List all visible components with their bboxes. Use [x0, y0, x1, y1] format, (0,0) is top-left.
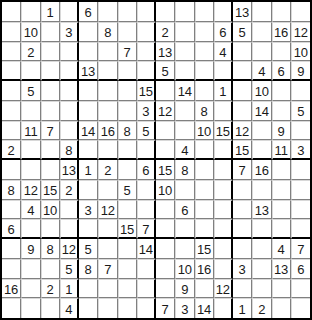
cell-r3c14[interactable]: [252, 42, 271, 62]
cell-r9c12[interactable]: [214, 160, 233, 180]
cell-r13c4: 12: [60, 239, 79, 259]
cell-r6c7[interactable]: [118, 101, 137, 121]
cell-r12c16[interactable]: [291, 219, 310, 239]
cell-r8c10: 4: [175, 140, 194, 160]
cell-r4c7[interactable]: [118, 61, 137, 81]
cell-r16c4: 4: [60, 298, 79, 318]
cell-r15c9[interactable]: [156, 279, 175, 299]
cell-r9c6: 2: [98, 160, 117, 180]
cell-r7c11: 10: [195, 121, 214, 141]
cell-r10c6[interactable]: [98, 180, 117, 200]
cell-r7c7: 8: [118, 121, 137, 141]
cell-r14c4: 5: [60, 259, 79, 279]
cell-r14c3[interactable]: [41, 259, 60, 279]
cell-r16c16[interactable]: [291, 298, 310, 318]
cell-r5c16[interactable]: [291, 81, 310, 101]
cell-r12c10[interactable]: [175, 219, 194, 239]
cell-r16c13: 1: [233, 298, 252, 318]
cell-r15c13[interactable]: [233, 279, 252, 299]
cell-r13c11: 15: [195, 239, 214, 259]
cell-r14c5: 8: [79, 259, 98, 279]
cell-r3c15[interactable]: [272, 42, 291, 62]
cell-r7c13: 12: [233, 121, 252, 141]
cell-r14c11: 16: [195, 259, 214, 279]
cell-r11c7[interactable]: [118, 200, 137, 220]
cell-r6c12[interactable]: [214, 101, 233, 121]
cell-r9c9: 15: [156, 160, 175, 180]
cell-r13c7[interactable]: [118, 239, 137, 259]
cell-r15c4: 1: [60, 279, 79, 299]
cell-r11c2: 4: [21, 200, 40, 220]
cell-r1c1[interactable]: [2, 2, 21, 22]
cell-r1c5: 6: [79, 2, 98, 22]
cell-r7c8: 5: [137, 121, 156, 141]
cell-r4c14: 4: [252, 61, 271, 81]
cell-r5c1[interactable]: [2, 81, 21, 101]
cell-r15c7[interactable]: [118, 279, 137, 299]
cell-r6c14: 14: [252, 101, 271, 121]
cell-r4c15: 6: [272, 61, 291, 81]
cell-r12c6[interactable]: [98, 219, 117, 239]
cell-r12c15[interactable]: [272, 219, 291, 239]
cell-r5c12: 1: [214, 81, 233, 101]
cell-r13c2: 9: [21, 239, 40, 259]
cell-r16c7[interactable]: [118, 298, 137, 318]
cell-r10c11[interactable]: [195, 180, 214, 200]
cell-r12c3[interactable]: [41, 219, 60, 239]
cell-r11c8[interactable]: [137, 200, 156, 220]
cell-r8c12[interactable]: [214, 140, 233, 160]
cell-r14c12[interactable]: [214, 259, 233, 279]
cell-r6c9: 12: [156, 101, 175, 121]
cell-r6c11: 8: [195, 101, 214, 121]
cell-r11c13[interactable]: [233, 200, 252, 220]
cell-r4c2[interactable]: [21, 61, 40, 81]
cell-r9c5: 1: [79, 160, 98, 180]
cell-r1c8[interactable]: [137, 2, 156, 22]
cell-r9c8: 6: [137, 160, 156, 180]
cell-r15c2[interactable]: [21, 279, 40, 299]
cell-r14c7[interactable]: [118, 259, 137, 279]
cell-r12c14[interactable]: [252, 219, 271, 239]
cell-r6c13[interactable]: [233, 101, 252, 121]
cell-r15c11[interactable]: [195, 279, 214, 299]
cell-r11c6: 12: [98, 200, 117, 220]
cell-r4c6[interactable]: [98, 61, 117, 81]
cell-r1c12[interactable]: [214, 2, 233, 22]
cell-r7c15: 9: [272, 121, 291, 141]
cell-r13c9[interactable]: [156, 239, 175, 259]
cell-r16c3[interactable]: [41, 298, 60, 318]
cell-r9c13: 7: [233, 160, 252, 180]
cell-r5c10: 14: [175, 81, 194, 101]
cell-r3c6[interactable]: [98, 42, 117, 62]
cell-r11c4[interactable]: [60, 200, 79, 220]
cell-r2c7[interactable]: [118, 22, 137, 42]
cell-r9c10: 8: [175, 160, 194, 180]
cell-r10c2: 12: [21, 180, 40, 200]
cell-r4c9: 5: [156, 61, 175, 81]
cell-r3c7: 7: [118, 42, 137, 62]
cell-r9c1[interactable]: [2, 160, 21, 180]
cell-r7c9[interactable]: [156, 121, 175, 141]
cell-r15c10: 9: [175, 279, 194, 299]
cell-r10c16[interactable]: [291, 180, 310, 200]
sudoku-page: 1613103826516122713410135469515141103128…: [0, 0, 312, 320]
cell-r2c15: 16: [272, 22, 291, 42]
cell-r16c8[interactable]: [137, 298, 156, 318]
cell-r2c4: 3: [60, 22, 79, 42]
cell-r1c4[interactable]: [60, 2, 79, 22]
cell-r3c12: 4: [214, 42, 233, 62]
cell-r16c5[interactable]: [79, 298, 98, 318]
cell-r8c7[interactable]: [118, 140, 137, 160]
cell-r8c9[interactable]: [156, 140, 175, 160]
cell-r11c1[interactable]: [2, 200, 21, 220]
sudoku-board: 1613103826516122713410135469515141103128…: [0, 0, 312, 320]
cell-r15c8[interactable]: [137, 279, 156, 299]
cell-r3c11[interactable]: [195, 42, 214, 62]
cell-r10c7: 5: [118, 180, 137, 200]
cell-r10c15[interactable]: [272, 180, 291, 200]
cell-r9c14: 16: [252, 160, 271, 180]
cell-r1c6[interactable]: [98, 2, 117, 22]
cell-r10c10[interactable]: [175, 180, 194, 200]
cell-r6c3[interactable]: [41, 101, 60, 121]
cell-r6c2[interactable]: [21, 101, 40, 121]
cell-r16c15[interactable]: [272, 298, 291, 318]
cell-r15c14[interactable]: [252, 279, 271, 299]
cell-r8c14[interactable]: [252, 140, 271, 160]
cell-r7c3: 7: [41, 121, 60, 141]
cell-r4c1[interactable]: [2, 61, 21, 81]
cell-r5c9[interactable]: [156, 81, 175, 101]
cell-r16c6[interactable]: [98, 298, 117, 318]
cell-r10c12[interactable]: [214, 180, 233, 200]
cell-r3c5[interactable]: [79, 42, 98, 62]
cell-r15c16[interactable]: [291, 279, 310, 299]
cell-r4c3[interactable]: [41, 61, 60, 81]
cell-r1c9[interactable]: [156, 2, 175, 22]
cell-r7c16[interactable]: [291, 121, 310, 141]
cell-r3c8[interactable]: [137, 42, 156, 62]
cell-r3c4[interactable]: [60, 42, 79, 62]
cell-r7c1[interactable]: [2, 121, 21, 141]
cell-r8c3[interactable]: [41, 140, 60, 160]
cell-r1c11[interactable]: [195, 2, 214, 22]
cell-r10c14[interactable]: [252, 180, 271, 200]
cell-r16c1[interactable]: [2, 298, 21, 318]
cell-r1c16[interactable]: [291, 2, 310, 22]
cell-r10c9: 10: [156, 180, 175, 200]
cell-r10c5[interactable]: [79, 180, 98, 200]
cell-r8c15: 11: [272, 140, 291, 160]
cell-r12c8: 7: [137, 219, 156, 239]
cell-r8c13: 15: [233, 140, 252, 160]
cell-r1c7[interactable]: [118, 2, 137, 22]
cell-r1c13: 13: [233, 2, 252, 22]
cell-r9c11[interactable]: [195, 160, 214, 180]
cell-r2c1[interactable]: [2, 22, 21, 42]
cell-r1c15[interactable]: [272, 2, 291, 22]
cell-r14c13: 3: [233, 259, 252, 279]
cell-r5c11[interactable]: [195, 81, 214, 101]
cell-r15c1: 16: [2, 279, 21, 299]
cell-r12c9[interactable]: [156, 219, 175, 239]
cell-r5c3[interactable]: [41, 81, 60, 101]
cell-r5c8: 15: [137, 81, 156, 101]
cell-r9c4: 13: [60, 160, 79, 180]
cell-r7c10[interactable]: [175, 121, 194, 141]
cell-r13c13[interactable]: [233, 239, 252, 259]
cell-r7c5: 14: [79, 121, 98, 141]
cell-r8c6[interactable]: [98, 140, 117, 160]
cell-r9c3[interactable]: [41, 160, 60, 180]
cell-r11c10: 6: [175, 200, 194, 220]
cell-r1c3: 1: [41, 2, 60, 22]
cell-r2c14[interactable]: [252, 22, 271, 42]
cell-r9c16[interactable]: [291, 160, 310, 180]
cell-r9c15[interactable]: [272, 160, 291, 180]
cell-r3c16: 10: [291, 42, 310, 62]
cell-r6c6[interactable]: [98, 101, 117, 121]
cell-r16c2[interactable]: [21, 298, 40, 318]
cell-r3c3[interactable]: [41, 42, 60, 62]
cell-r2c9: 2: [156, 22, 175, 42]
cell-r13c3: 8: [41, 239, 60, 259]
cell-r15c5[interactable]: [79, 279, 98, 299]
cell-r2c11[interactable]: [195, 22, 214, 42]
cell-r5c15[interactable]: [272, 81, 291, 101]
cell-r16c9: 7: [156, 298, 175, 318]
cell-r11c14: 13: [252, 200, 271, 220]
cell-r13c15: 4: [272, 239, 291, 259]
cell-r3c1[interactable]: [2, 42, 21, 62]
cell-r6c15[interactable]: [272, 101, 291, 121]
cell-r14c10: 10: [175, 259, 194, 279]
cell-r4c4[interactable]: [60, 61, 79, 81]
cell-r8c4: 8: [60, 140, 79, 160]
cell-r4c10[interactable]: [175, 61, 194, 81]
cell-r13c16: 7: [291, 239, 310, 259]
cell-r12c11[interactable]: [195, 219, 214, 239]
cell-r14c1[interactable]: [2, 259, 21, 279]
cell-r8c5[interactable]: [79, 140, 98, 160]
cell-r13c5: 5: [79, 239, 98, 259]
cell-r6c8: 3: [137, 101, 156, 121]
cell-r2c6: 8: [98, 22, 117, 42]
cell-r9c7[interactable]: [118, 160, 137, 180]
cell-r2c12: 6: [214, 22, 233, 42]
cell-r4c12[interactable]: [214, 61, 233, 81]
cell-r8c1: 2: [2, 140, 21, 160]
cell-r2c8[interactable]: [137, 22, 156, 42]
cell-r16c10: 3: [175, 298, 194, 318]
cell-r3c13[interactable]: [233, 42, 252, 62]
cell-r2c16: 12: [291, 22, 310, 42]
cell-r1c10[interactable]: [175, 2, 194, 22]
cell-r6c10[interactable]: [175, 101, 194, 121]
cell-r2c3[interactable]: [41, 22, 60, 42]
cell-r5c2: 5: [21, 81, 40, 101]
cell-r11c5: 3: [79, 200, 98, 220]
cell-r7c12: 15: [214, 121, 233, 141]
cell-r12c7: 15: [118, 219, 137, 239]
cell-r9c2[interactable]: [21, 160, 40, 180]
cell-r13c1[interactable]: [2, 239, 21, 259]
cell-r4c11[interactable]: [195, 61, 214, 81]
cell-r10c1: 8: [2, 180, 21, 200]
cell-r2c10[interactable]: [175, 22, 194, 42]
cell-r6c16: 5: [291, 101, 310, 121]
cell-r6c1[interactable]: [2, 101, 21, 121]
cell-r14c9[interactable]: [156, 259, 175, 279]
cell-r7c6: 16: [98, 121, 117, 141]
cell-r12c1: 6: [2, 219, 21, 239]
cell-r14c15: 13: [272, 259, 291, 279]
cell-r5c14: 10: [252, 81, 271, 101]
cell-r8c2[interactable]: [21, 140, 40, 160]
cell-r5c5[interactable]: [79, 81, 98, 101]
cell-r1c14[interactable]: [252, 2, 271, 22]
cell-r11c16[interactable]: [291, 200, 310, 220]
cell-r13c10[interactable]: [175, 239, 194, 259]
cell-r6c4[interactable]: [60, 101, 79, 121]
cell-r8c8[interactable]: [137, 140, 156, 160]
cell-r7c4[interactable]: [60, 121, 79, 141]
cell-r13c12[interactable]: [214, 239, 233, 259]
cell-r14c16: 6: [291, 259, 310, 279]
cell-r4c16: 9: [291, 61, 310, 81]
cell-r13c14[interactable]: [252, 239, 271, 259]
cell-r16c14: 2: [252, 298, 271, 318]
cell-r15c12: 12: [214, 279, 233, 299]
cell-r2c2: 10: [21, 22, 40, 42]
cell-r16c11: 14: [195, 298, 214, 318]
cell-r11c15[interactable]: [272, 200, 291, 220]
cell-r11c9[interactable]: [156, 200, 175, 220]
cell-r5c13[interactable]: [233, 81, 252, 101]
cell-r2c13: 5: [233, 22, 252, 42]
cell-r4c13[interactable]: [233, 61, 252, 81]
cell-r2c5[interactable]: [79, 22, 98, 42]
cell-r3c10[interactable]: [175, 42, 194, 62]
cell-r16c12[interactable]: [214, 298, 233, 318]
cell-r5c6[interactable]: [98, 81, 117, 101]
cell-r14c14[interactable]: [252, 259, 271, 279]
cell-r3c2: 2: [21, 42, 40, 62]
cell-r12c13[interactable]: [233, 219, 252, 239]
cell-r12c12[interactable]: [214, 219, 233, 239]
cell-r15c3: 2: [41, 279, 60, 299]
cell-r5c7[interactable]: [118, 81, 137, 101]
cell-r8c11[interactable]: [195, 140, 214, 160]
cell-r10c8[interactable]: [137, 180, 156, 200]
cell-r7c2: 11: [21, 121, 40, 141]
cell-r5c4[interactable]: [60, 81, 79, 101]
cell-r7c14[interactable]: [252, 121, 271, 141]
cell-r14c8[interactable]: [137, 259, 156, 279]
cell-r11c12[interactable]: [214, 200, 233, 220]
cell-r4c8[interactable]: [137, 61, 156, 81]
cell-r3c9: 13: [156, 42, 175, 62]
cell-r6c5[interactable]: [79, 101, 98, 121]
cell-r1c2[interactable]: [21, 2, 40, 22]
cell-r15c6[interactable]: [98, 279, 117, 299]
cell-r15c15[interactable]: [272, 279, 291, 299]
cell-r14c2[interactable]: [21, 259, 40, 279]
cell-r8c16: 3: [291, 140, 310, 160]
cell-r11c11[interactable]: [195, 200, 214, 220]
cell-r14c6: 7: [98, 259, 117, 279]
cell-r12c5[interactable]: [79, 219, 98, 239]
cell-r12c4[interactable]: [60, 219, 79, 239]
cell-r4c5: 13: [79, 61, 98, 81]
cell-r10c3: 15: [41, 180, 60, 200]
cell-r10c4: 2: [60, 180, 79, 200]
cell-r13c8: 14: [137, 239, 156, 259]
cell-r10c13[interactable]: [233, 180, 252, 200]
cell-r11c3: 10: [41, 200, 60, 220]
cell-r12c2[interactable]: [21, 219, 40, 239]
cell-r13c6[interactable]: [98, 239, 117, 259]
